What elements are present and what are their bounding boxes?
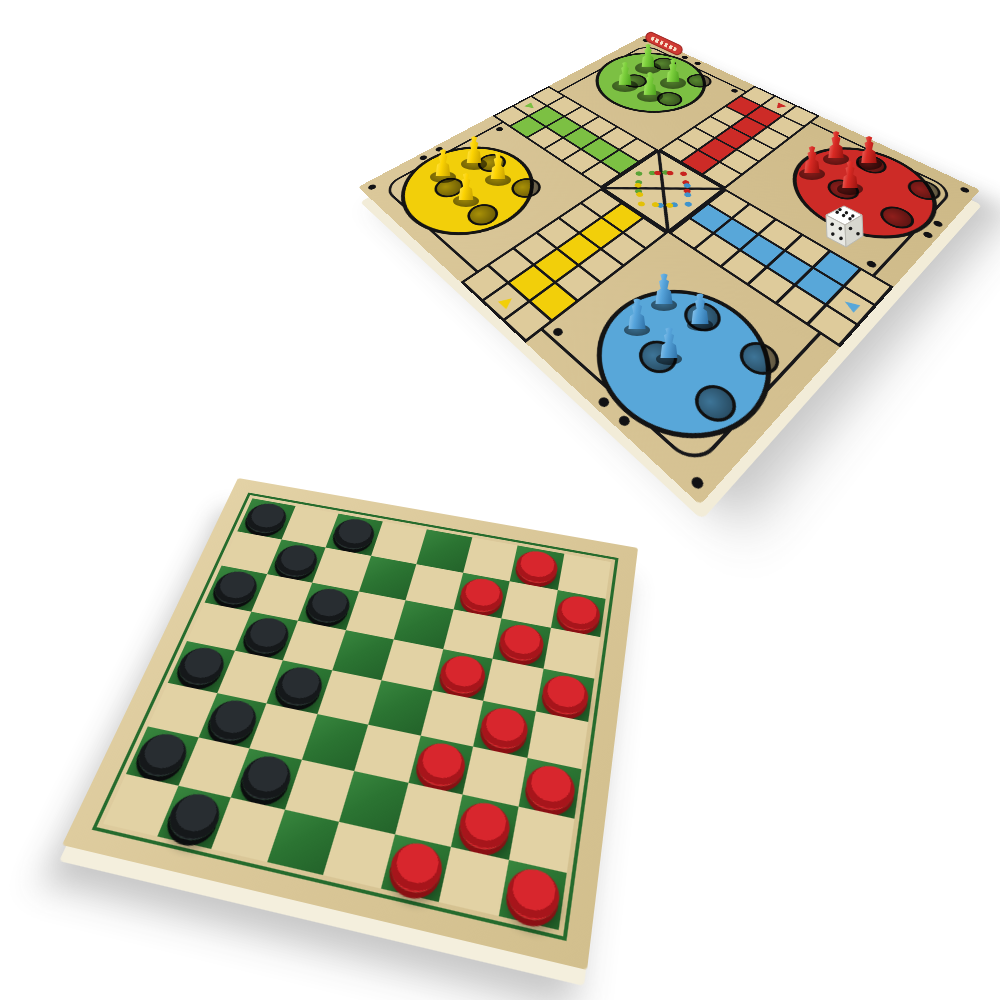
arm-bottom-entry-arrow-icon: ▲ bbox=[839, 296, 862, 313]
checker-black[interactable] bbox=[271, 542, 322, 580]
scene: ▼ ▲ ▶ ◀ bbox=[0, 0, 1000, 1000]
peg-hole bbox=[874, 202, 919, 233]
decorative-dot bbox=[367, 184, 378, 191]
checker-red[interactable] bbox=[514, 548, 561, 586]
checker-red[interactable] bbox=[457, 575, 506, 615]
checker-black[interactable] bbox=[271, 664, 327, 710]
checkers-square-r7c7[interactable] bbox=[498, 859, 567, 930]
decorative-dot bbox=[922, 231, 934, 240]
checkers-square-r7c6[interactable] bbox=[439, 846, 509, 916]
checker-red[interactable] bbox=[497, 622, 547, 665]
checker-red[interactable] bbox=[478, 705, 532, 754]
arm-right-entry-arrow-icon: ◀ bbox=[771, 101, 787, 110]
checker-red[interactable] bbox=[554, 593, 602, 634]
die[interactable] bbox=[823, 204, 867, 252]
peg-hole bbox=[687, 378, 744, 430]
decorative-dot bbox=[689, 475, 705, 491]
checker-black[interactable] bbox=[330, 516, 379, 552]
checker-red[interactable] bbox=[522, 761, 577, 814]
checkers-board bbox=[62, 478, 638, 970]
decorative-dot bbox=[959, 186, 970, 193]
checker-red[interactable] bbox=[503, 864, 562, 925]
checker-red[interactable] bbox=[456, 799, 514, 855]
checker-red[interactable] bbox=[539, 672, 590, 718]
checker-red[interactable] bbox=[413, 739, 469, 790]
checker-black[interactable] bbox=[302, 586, 354, 627]
arm-left-entry-arrow-icon: ▶ bbox=[496, 293, 517, 310]
checker-red[interactable] bbox=[436, 652, 488, 697]
checkers-grid bbox=[103, 498, 611, 930]
ludo-board: ▼ ▲ ▶ ◀ bbox=[358, 35, 980, 505]
arm-top-entry-arrow-icon: ▼ bbox=[523, 102, 538, 111]
checker-red[interactable] bbox=[385, 838, 446, 897]
decorative-dot bbox=[596, 395, 611, 408]
decorative-dot bbox=[932, 220, 944, 228]
